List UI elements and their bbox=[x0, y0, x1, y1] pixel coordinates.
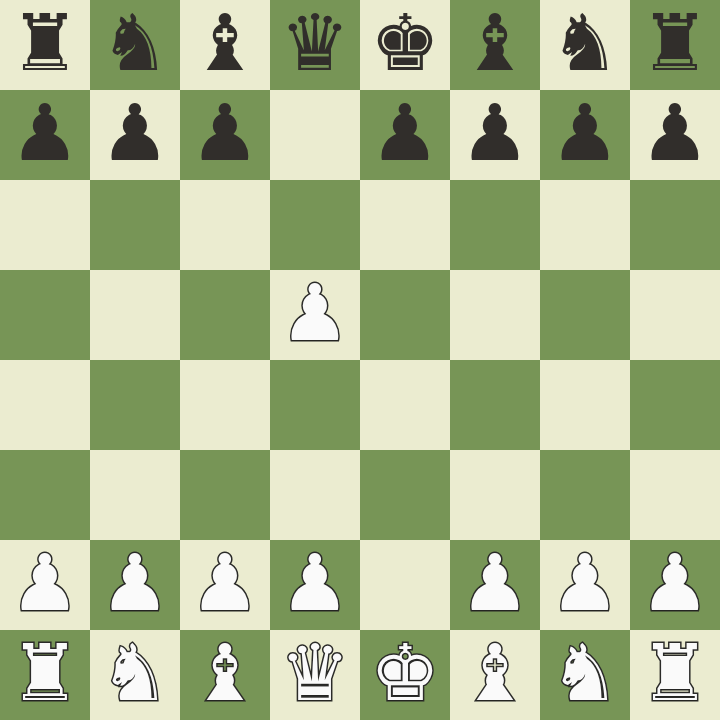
square-h7[interactable]: ♟ bbox=[630, 90, 720, 180]
square-b2[interactable]: ♟ bbox=[90, 540, 180, 630]
square-h8[interactable]: ♜ bbox=[630, 0, 720, 90]
square-d3[interactable] bbox=[270, 450, 360, 540]
piece-black-pawn[interactable]: ♟ bbox=[550, 94, 620, 172]
piece-black-pawn[interactable]: ♟ bbox=[640, 94, 710, 172]
piece-white-bishop[interactable]: ♝ bbox=[460, 634, 530, 712]
square-g6[interactable] bbox=[540, 180, 630, 270]
square-h4[interactable] bbox=[630, 360, 720, 450]
square-f8[interactable]: ♝ bbox=[450, 0, 540, 90]
square-e7[interactable]: ♟ bbox=[360, 90, 450, 180]
square-b5[interactable] bbox=[90, 270, 180, 360]
square-a7[interactable]: ♟ bbox=[0, 90, 90, 180]
square-d2[interactable]: ♟ bbox=[270, 540, 360, 630]
square-b4[interactable] bbox=[90, 360, 180, 450]
square-e8[interactable]: ♚ bbox=[360, 0, 450, 90]
piece-black-pawn[interactable]: ♟ bbox=[370, 94, 440, 172]
square-a3[interactable] bbox=[0, 450, 90, 540]
square-g7[interactable]: ♟ bbox=[540, 90, 630, 180]
piece-white-bishop[interactable]: ♝ bbox=[190, 634, 260, 712]
square-c1[interactable]: ♝ bbox=[180, 630, 270, 720]
piece-black-pawn[interactable]: ♟ bbox=[190, 94, 260, 172]
piece-black-rook[interactable]: ♜ bbox=[640, 4, 710, 82]
square-b3[interactable] bbox=[90, 450, 180, 540]
piece-black-bishop[interactable]: ♝ bbox=[190, 4, 260, 82]
square-f4[interactable] bbox=[450, 360, 540, 450]
piece-white-knight[interactable]: ♞ bbox=[550, 634, 620, 712]
square-f1[interactable]: ♝ bbox=[450, 630, 540, 720]
piece-black-knight[interactable]: ♞ bbox=[100, 4, 170, 82]
square-d8[interactable]: ♛ bbox=[270, 0, 360, 90]
square-d7[interactable] bbox=[270, 90, 360, 180]
square-g2[interactable]: ♟ bbox=[540, 540, 630, 630]
piece-black-bishop[interactable]: ♝ bbox=[460, 4, 530, 82]
square-f2[interactable]: ♟ bbox=[450, 540, 540, 630]
square-a2[interactable]: ♟ bbox=[0, 540, 90, 630]
square-e4[interactable] bbox=[360, 360, 450, 450]
square-h3[interactable] bbox=[630, 450, 720, 540]
square-d5[interactable]: ♟ bbox=[270, 270, 360, 360]
piece-black-pawn[interactable]: ♟ bbox=[100, 94, 170, 172]
square-c7[interactable]: ♟ bbox=[180, 90, 270, 180]
square-g3[interactable] bbox=[540, 450, 630, 540]
square-e5[interactable] bbox=[360, 270, 450, 360]
piece-black-pawn[interactable]: ♟ bbox=[10, 94, 80, 172]
piece-white-queen[interactable]: ♛ bbox=[280, 634, 350, 712]
square-b6[interactable] bbox=[90, 180, 180, 270]
square-c3[interactable] bbox=[180, 450, 270, 540]
square-f5[interactable] bbox=[450, 270, 540, 360]
square-b7[interactable]: ♟ bbox=[90, 90, 180, 180]
square-c8[interactable]: ♝ bbox=[180, 0, 270, 90]
square-a4[interactable] bbox=[0, 360, 90, 450]
square-a1[interactable]: ♜ bbox=[0, 630, 90, 720]
piece-white-pawn[interactable]: ♟ bbox=[280, 274, 350, 352]
piece-white-pawn[interactable]: ♟ bbox=[640, 544, 710, 622]
square-g1[interactable]: ♞ bbox=[540, 630, 630, 720]
piece-white-pawn[interactable]: ♟ bbox=[190, 544, 260, 622]
square-h6[interactable] bbox=[630, 180, 720, 270]
piece-white-knight[interactable]: ♞ bbox=[100, 634, 170, 712]
square-f6[interactable] bbox=[450, 180, 540, 270]
piece-white-pawn[interactable]: ♟ bbox=[100, 544, 170, 622]
square-h1[interactable]: ♜ bbox=[630, 630, 720, 720]
piece-white-pawn[interactable]: ♟ bbox=[10, 544, 80, 622]
square-d4[interactable] bbox=[270, 360, 360, 450]
square-e6[interactable] bbox=[360, 180, 450, 270]
square-e1[interactable]: ♚ bbox=[360, 630, 450, 720]
square-c4[interactable] bbox=[180, 360, 270, 450]
piece-black-queen[interactable]: ♛ bbox=[280, 4, 350, 82]
chess-board: ♜♞♝♛♚♝♞♜♟♟♟♟♟♟♟♟♟♟♟♟♟♟♟♜♞♝♛♚♝♞♜ bbox=[0, 0, 720, 720]
square-h5[interactable] bbox=[630, 270, 720, 360]
square-e2[interactable] bbox=[360, 540, 450, 630]
square-c6[interactable] bbox=[180, 180, 270, 270]
piece-white-rook[interactable]: ♜ bbox=[640, 634, 710, 712]
piece-white-rook[interactable]: ♜ bbox=[10, 634, 80, 712]
square-c2[interactable]: ♟ bbox=[180, 540, 270, 630]
square-e3[interactable] bbox=[360, 450, 450, 540]
square-b1[interactable]: ♞ bbox=[90, 630, 180, 720]
square-g4[interactable] bbox=[540, 360, 630, 450]
square-g8[interactable]: ♞ bbox=[540, 0, 630, 90]
square-h2[interactable]: ♟ bbox=[630, 540, 720, 630]
piece-white-pawn[interactable]: ♟ bbox=[550, 544, 620, 622]
piece-black-pawn[interactable]: ♟ bbox=[460, 94, 530, 172]
square-b8[interactable]: ♞ bbox=[90, 0, 180, 90]
piece-white-pawn[interactable]: ♟ bbox=[460, 544, 530, 622]
piece-black-rook[interactable]: ♜ bbox=[10, 4, 80, 82]
square-f3[interactable] bbox=[450, 450, 540, 540]
square-d6[interactable] bbox=[270, 180, 360, 270]
square-a5[interactable] bbox=[0, 270, 90, 360]
piece-black-knight[interactable]: ♞ bbox=[550, 4, 620, 82]
square-a6[interactable] bbox=[0, 180, 90, 270]
square-f7[interactable]: ♟ bbox=[450, 90, 540, 180]
piece-white-king[interactable]: ♚ bbox=[370, 634, 440, 712]
square-a8[interactable]: ♜ bbox=[0, 0, 90, 90]
piece-black-king[interactable]: ♚ bbox=[370, 4, 440, 82]
piece-white-pawn[interactable]: ♟ bbox=[280, 544, 350, 622]
square-c5[interactable] bbox=[180, 270, 270, 360]
square-g5[interactable] bbox=[540, 270, 630, 360]
square-d1[interactable]: ♛ bbox=[270, 630, 360, 720]
